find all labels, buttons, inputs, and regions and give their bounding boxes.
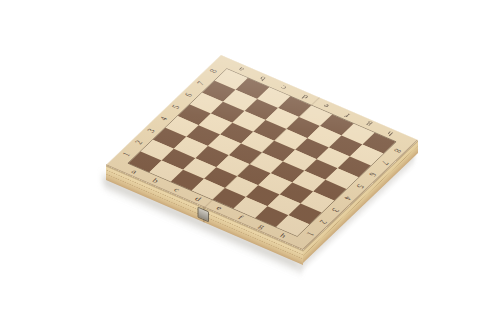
chessboard-product-photo: abcdefgh abcdefgh 87654321 87654321 (0, 0, 500, 333)
chessboard: abcdefgh abcdefgh 87654321 87654321 (106, 55, 418, 250)
